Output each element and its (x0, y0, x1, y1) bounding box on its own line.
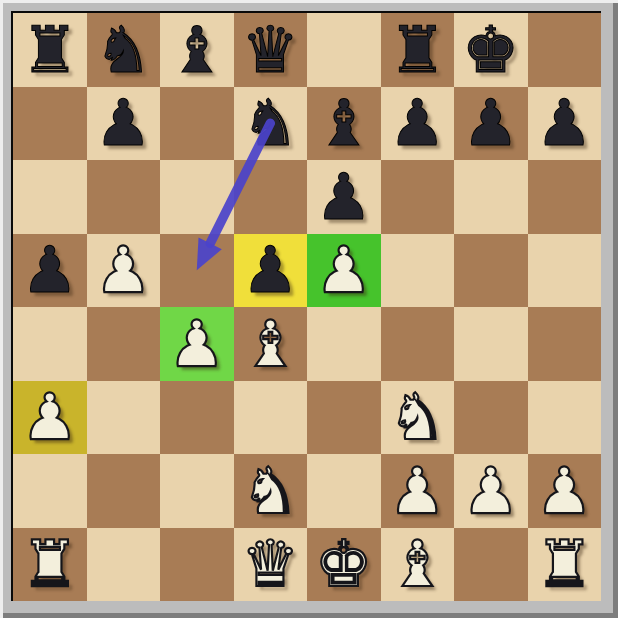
square-a8[interactable]: ♜ (13, 13, 87, 87)
white-rook[interactable]: ♜ (536, 532, 593, 596)
square-g1[interactable] (454, 528, 528, 602)
square-g3[interactable] (454, 381, 528, 455)
black-pawn[interactable]: ♟ (95, 91, 152, 155)
chess-board: ♜♞♝♛♜♚♟♞♝♟♟♟♟♟♟♟♟♟♝♟♞♞♟♟♟♜♛♚♝♜ (11, 11, 601, 601)
square-h2[interactable]: ♟ (528, 454, 602, 528)
black-king[interactable]: ♚ (462, 18, 519, 82)
square-h5[interactable] (528, 234, 602, 308)
square-e2[interactable] (307, 454, 381, 528)
square-g4[interactable] (454, 307, 528, 381)
black-bishop[interactable]: ♝ (315, 91, 372, 155)
square-d5[interactable]: ♟ (234, 234, 308, 308)
white-pawn[interactable]: ♟ (462, 459, 519, 523)
square-d2[interactable]: ♞ (234, 454, 308, 528)
square-g8[interactable]: ♚ (454, 13, 528, 87)
white-knight[interactable]: ♞ (242, 459, 299, 523)
square-f4[interactable] (381, 307, 455, 381)
square-f8[interactable]: ♜ (381, 13, 455, 87)
square-d4[interactable]: ♝ (234, 307, 308, 381)
square-b5[interactable]: ♟ (87, 234, 161, 308)
square-e7[interactable]: ♝ (307, 87, 381, 161)
square-b7[interactable]: ♟ (87, 87, 161, 161)
square-a1[interactable]: ♜ (13, 528, 87, 602)
square-h3[interactable] (528, 381, 602, 455)
square-a2[interactable] (13, 454, 87, 528)
white-pawn[interactable]: ♟ (168, 312, 225, 376)
square-b6[interactable] (87, 160, 161, 234)
white-bishop[interactable]: ♝ (242, 312, 299, 376)
square-e4[interactable] (307, 307, 381, 381)
square-c5[interactable] (160, 234, 234, 308)
square-f2[interactable]: ♟ (381, 454, 455, 528)
square-c1[interactable] (160, 528, 234, 602)
square-e1[interactable]: ♚ (307, 528, 381, 602)
square-f6[interactable] (381, 160, 455, 234)
white-pawn[interactable]: ♟ (315, 238, 372, 302)
black-knight[interactable]: ♞ (95, 18, 152, 82)
white-pawn[interactable]: ♟ (21, 385, 78, 449)
square-h4[interactable] (528, 307, 602, 381)
square-d6[interactable] (234, 160, 308, 234)
square-a4[interactable] (13, 307, 87, 381)
white-king[interactable]: ♚ (315, 532, 372, 596)
black-pawn[interactable]: ♟ (21, 238, 78, 302)
square-e3[interactable] (307, 381, 381, 455)
square-b3[interactable] (87, 381, 161, 455)
square-c3[interactable] (160, 381, 234, 455)
square-d3[interactable] (234, 381, 308, 455)
square-g6[interactable] (454, 160, 528, 234)
square-d7[interactable]: ♞ (234, 87, 308, 161)
black-pawn[interactable]: ♟ (462, 91, 519, 155)
white-pawn[interactable]: ♟ (95, 238, 152, 302)
square-e8[interactable] (307, 13, 381, 87)
white-rook[interactable]: ♜ (21, 532, 78, 596)
black-bishop[interactable]: ♝ (168, 18, 225, 82)
square-a6[interactable] (13, 160, 87, 234)
square-f7[interactable]: ♟ (381, 87, 455, 161)
black-pawn[interactable]: ♟ (315, 165, 372, 229)
square-d1[interactable]: ♛ (234, 528, 308, 602)
square-c4[interactable]: ♟ (160, 307, 234, 381)
square-h7[interactable]: ♟ (528, 87, 602, 161)
white-pawn[interactable]: ♟ (536, 459, 593, 523)
square-b1[interactable] (87, 528, 161, 602)
black-rook[interactable]: ♜ (389, 18, 446, 82)
square-h6[interactable] (528, 160, 602, 234)
square-e6[interactable]: ♟ (307, 160, 381, 234)
black-pawn[interactable]: ♟ (389, 91, 446, 155)
square-f5[interactable] (381, 234, 455, 308)
black-knight[interactable]: ♞ (242, 91, 299, 155)
square-d8[interactable]: ♛ (234, 13, 308, 87)
square-c6[interactable] (160, 160, 234, 234)
board-frame: ♜♞♝♛♜♚♟♞♝♟♟♟♟♟♟♟♟♟♝♟♞♞♟♟♟♜♛♚♝♜ (0, 0, 618, 618)
square-f1[interactable]: ♝ (381, 528, 455, 602)
white-pawn[interactable]: ♟ (389, 459, 446, 523)
black-queen[interactable]: ♛ (242, 18, 299, 82)
white-bishop[interactable]: ♝ (389, 532, 446, 596)
square-h1[interactable]: ♜ (528, 528, 602, 602)
black-rook[interactable]: ♜ (21, 18, 78, 82)
square-g5[interactable] (454, 234, 528, 308)
square-e5[interactable]: ♟ (307, 234, 381, 308)
square-a5[interactable]: ♟ (13, 234, 87, 308)
black-pawn[interactable]: ♟ (536, 91, 593, 155)
square-c8[interactable]: ♝ (160, 13, 234, 87)
black-pawn[interactable]: ♟ (242, 238, 299, 302)
square-f3[interactable]: ♞ (381, 381, 455, 455)
square-b8[interactable]: ♞ (87, 13, 161, 87)
square-h8[interactable] (528, 13, 602, 87)
white-knight[interactable]: ♞ (389, 385, 446, 449)
square-c2[interactable] (160, 454, 234, 528)
white-queen[interactable]: ♛ (242, 532, 299, 596)
square-a3[interactable]: ♟ (13, 381, 87, 455)
square-g2[interactable]: ♟ (454, 454, 528, 528)
square-a7[interactable] (13, 87, 87, 161)
square-b4[interactable] (87, 307, 161, 381)
square-c7[interactable] (160, 87, 234, 161)
square-b2[interactable] (87, 454, 161, 528)
square-g7[interactable]: ♟ (454, 87, 528, 161)
